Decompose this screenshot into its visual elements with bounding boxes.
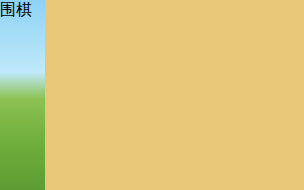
col-label-bottom: E <box>0 162 304 180</box>
col-label-top: A <box>0 0 304 18</box>
go-teaching-app: 围棋 AABBCCDDEEFFGGHHJJKKLLMMNNOOPPQQRRSST… <box>0 0 304 190</box>
board-area: AABBCCDDEEFFGGHHJJKKLLMMNNOOPPQQRRSSTT19… <box>0 0 304 190</box>
col-label-top: F <box>0 180 304 190</box>
col-label-bottom: C <box>0 90 304 108</box>
col-label-bottom: A <box>0 18 304 36</box>
col-label-top: E <box>0 144 304 162</box>
col-label-top: B <box>0 36 304 54</box>
col-label-top: D <box>0 108 304 126</box>
col-label-top: C <box>0 72 304 90</box>
tower-illustration <box>24 4 39 62</box>
board-coordinates: AABBCCDDEEFFGGHHJJKKLLMMNNOOPPQQRRSSTT19… <box>0 0 304 190</box>
col-label-bottom: D <box>0 126 304 144</box>
col-label-bottom: B <box>0 54 304 72</box>
left-artwork: 围棋 <box>0 0 45 190</box>
